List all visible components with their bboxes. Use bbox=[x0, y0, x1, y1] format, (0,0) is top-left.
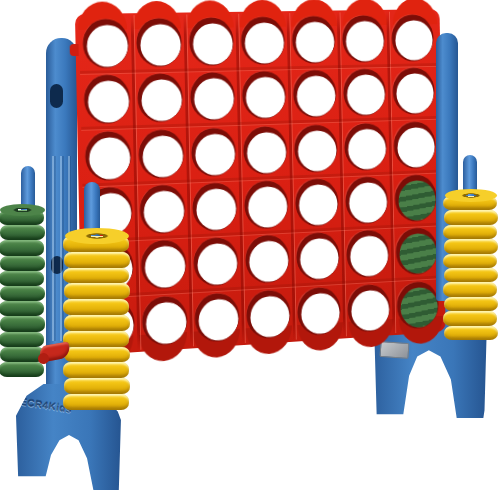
board-cell-r1c2[interactable] bbox=[132, 14, 186, 71]
board-cell-r2c3[interactable] bbox=[186, 69, 239, 126]
yellow-disc[interactable] bbox=[63, 299, 129, 315]
board-cell-r2c6[interactable] bbox=[339, 65, 389, 120]
board-hole bbox=[193, 237, 238, 287]
disc-stack-yellow[interactable] bbox=[444, 196, 498, 340]
board-hole bbox=[137, 74, 183, 124]
board-hole bbox=[190, 72, 235, 121]
yellow-disc[interactable] bbox=[64, 378, 130, 394]
board-hole bbox=[141, 240, 187, 291]
board-hole bbox=[246, 289, 291, 339]
handle-slot-icon bbox=[50, 84, 63, 108]
green-disc[interactable] bbox=[0, 225, 45, 240]
board-cell-r2c4[interactable] bbox=[238, 68, 290, 124]
board-hole bbox=[293, 70, 337, 118]
board-hole bbox=[395, 227, 437, 276]
yellow-disc[interactable] bbox=[444, 210, 498, 224]
disc-stack-green[interactable] bbox=[0, 210, 45, 377]
board-cell-r1c7[interactable] bbox=[387, 11, 437, 65]
board-cell-r2c5[interactable] bbox=[289, 66, 340, 122]
board-hole bbox=[243, 126, 288, 175]
board-hole bbox=[347, 283, 390, 332]
board-hole bbox=[345, 176, 388, 225]
board-grid bbox=[79, 11, 442, 353]
board-hole bbox=[297, 286, 341, 336]
yellow-disc[interactable] bbox=[443, 225, 497, 239]
yellow-disc[interactable] bbox=[444, 268, 498, 282]
yellow-disc[interactable] bbox=[443, 311, 497, 325]
board-hole bbox=[294, 124, 338, 173]
board-cell-r5c7[interactable] bbox=[392, 224, 442, 280]
board-hole bbox=[292, 16, 336, 64]
board-cell-r3c7[interactable] bbox=[389, 117, 439, 172]
board-cell-r3c4[interactable] bbox=[239, 122, 291, 178]
board-cell-r1c1[interactable] bbox=[79, 15, 134, 72]
board-hole bbox=[189, 17, 234, 66]
yellow-disc[interactable] bbox=[63, 268, 129, 284]
green-disc[interactable] bbox=[0, 256, 45, 271]
board-hole bbox=[139, 129, 185, 179]
board-cell-r1c6[interactable] bbox=[338, 12, 388, 67]
yellow-disc[interactable] bbox=[64, 283, 130, 299]
yellow-disc[interactable] bbox=[443, 196, 497, 210]
disc-stack-yellow[interactable] bbox=[64, 236, 130, 410]
green-disc[interactable] bbox=[0, 240, 44, 255]
green-disc[interactable] bbox=[0, 332, 44, 347]
label-plate bbox=[379, 341, 409, 359]
board-cell-r2c7[interactable] bbox=[388, 64, 438, 119]
board-cell-r5c4[interactable] bbox=[241, 231, 293, 288]
board-cell-r4c6[interactable] bbox=[341, 173, 391, 229]
board-cell-r6c2[interactable] bbox=[138, 291, 192, 350]
board-cell-r2c1[interactable] bbox=[80, 71, 135, 128]
board-side-tab bbox=[70, 44, 79, 56]
board-cell-r3c1[interactable] bbox=[81, 127, 136, 185]
giant-connect-four-photo: ECR4Kids bbox=[0, 0, 500, 500]
yellow-disc[interactable] bbox=[444, 326, 498, 340]
board-hole bbox=[242, 71, 287, 120]
board-hole bbox=[194, 292, 239, 343]
board-cell-r1c3[interactable] bbox=[185, 14, 238, 70]
board-cell-r6c3[interactable] bbox=[191, 288, 244, 346]
yellow-disc[interactable] bbox=[63, 394, 129, 410]
board-cell-r4c2[interactable] bbox=[136, 181, 190, 239]
board-hole bbox=[344, 123, 387, 171]
board-hole bbox=[140, 184, 186, 234]
green-disc[interactable] bbox=[0, 271, 44, 286]
yellow-disc[interactable] bbox=[63, 331, 129, 347]
board-hole bbox=[84, 75, 131, 125]
game-board bbox=[75, 9, 446, 356]
board-cell-r3c5[interactable] bbox=[290, 120, 341, 176]
board-cell-r4c4[interactable] bbox=[240, 176, 292, 233]
board-hole bbox=[394, 174, 436, 222]
board-cell-r6c6[interactable] bbox=[343, 280, 393, 337]
yellow-disc[interactable] bbox=[63, 362, 129, 378]
board-face bbox=[75, 9, 446, 356]
yellow-disc[interactable] bbox=[444, 297, 498, 311]
board-hole bbox=[343, 69, 386, 117]
board-hole bbox=[192, 182, 237, 232]
board-hole bbox=[136, 18, 182, 67]
yellow-disc[interactable] bbox=[64, 315, 130, 331]
board-hole bbox=[241, 17, 286, 65]
board-hole bbox=[346, 230, 389, 279]
board-hole bbox=[245, 235, 290, 285]
yellow-disc[interactable] bbox=[63, 236, 129, 252]
board-cell-r3c2[interactable] bbox=[135, 125, 189, 182]
board-cell-r4c3[interactable] bbox=[188, 179, 241, 236]
board-cell-r2c2[interactable] bbox=[134, 70, 188, 127]
board-hole bbox=[85, 131, 132, 181]
board-cell-r5c6[interactable] bbox=[342, 226, 392, 282]
board-hole bbox=[83, 19, 130, 69]
yellow-disc[interactable] bbox=[443, 282, 497, 296]
board-cell-r6c5[interactable] bbox=[293, 282, 344, 339]
yellow-disc[interactable] bbox=[444, 239, 498, 253]
board-cell-r1c4[interactable] bbox=[237, 13, 289, 69]
yellow-disc[interactable] bbox=[64, 347, 130, 363]
board-cell-r1c5[interactable] bbox=[288, 12, 339, 67]
green-disc[interactable] bbox=[0, 362, 44, 377]
handle-slot-icon bbox=[51, 256, 63, 274]
board-hole bbox=[296, 232, 340, 281]
board-cell-r4c5[interactable] bbox=[291, 175, 342, 231]
board-hole bbox=[393, 121, 436, 169]
board-cell-r5c2[interactable] bbox=[137, 236, 191, 294]
board-cell-r5c3[interactable] bbox=[190, 233, 243, 291]
board-hole bbox=[295, 178, 339, 227]
green-disc[interactable] bbox=[0, 301, 44, 316]
board-cell-r4c7[interactable] bbox=[391, 171, 441, 227]
yellow-disc[interactable] bbox=[443, 254, 497, 268]
board-cell-r3c6[interactable] bbox=[340, 119, 390, 175]
board-cell-r6c4[interactable] bbox=[242, 285, 294, 343]
board-hole bbox=[342, 15, 385, 63]
board-cell-r3c3[interactable] bbox=[187, 124, 240, 181]
board-cell-r5c5[interactable] bbox=[292, 229, 343, 286]
yellow-disc[interactable] bbox=[64, 252, 130, 268]
green-disc[interactable] bbox=[0, 316, 45, 331]
board-hole bbox=[244, 180, 289, 229]
green-disc[interactable] bbox=[0, 210, 44, 225]
board-hole bbox=[396, 281, 438, 330]
board-hole bbox=[391, 15, 434, 62]
green-disc[interactable] bbox=[0, 286, 45, 301]
board-hole bbox=[392, 68, 435, 116]
board-hole bbox=[191, 127, 236, 177]
board-hole bbox=[142, 295, 188, 346]
board-cell-r6c7[interactable] bbox=[393, 277, 443, 333]
